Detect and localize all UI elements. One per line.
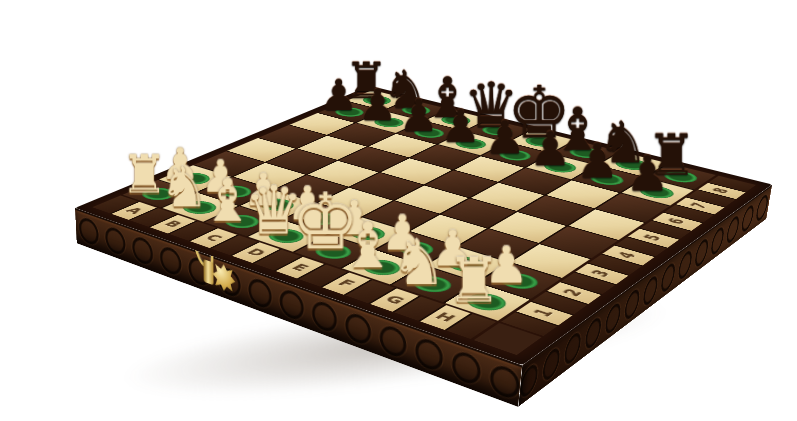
file-label-text: A [123, 207, 145, 216]
file-label-text: H [432, 311, 457, 323]
rank-label-text: 7 [690, 202, 711, 210]
file-label-text: D [244, 248, 268, 258]
board-top: ♜♞♝♛♚♝♞♜♟♟♟♟♟♟♟♟♟♟♟♟♟♟♟♟♜♞♝♛♚♝♞♜ ABCDEFG… [75, 86, 772, 366]
rank-label-text: 4 [617, 251, 640, 260]
file-label-text: E [289, 263, 311, 273]
piece-black-pawn: ♟ [395, 95, 443, 137]
rank-label-text: 3 [590, 269, 614, 279]
clasp-star-icon [213, 260, 236, 295]
clasp-barrel-icon [203, 259, 213, 285]
piece-white-knight: ♞ [389, 233, 449, 292]
piece-white-rook: ♜ [442, 252, 504, 310]
file-label-text: F [335, 278, 357, 288]
piece-black-pawn: ♟ [621, 151, 674, 198]
file-label-text: G [382, 294, 407, 305]
rank-label-text: 1 [532, 308, 557, 319]
file-label-text: B [162, 220, 184, 229]
piece-black-pawn: ♟ [480, 117, 529, 161]
chess-board-box: ♜♞♝♛♚♝♞♜♟♟♟♟♟♟♟♟♟♟♟♟♟♟♟♟♜♞♝♛♚♝♞♜ ABCDEFG… [75, 86, 772, 366]
rank-label-text: 5 [642, 234, 665, 243]
piece-black-pawn: ♟ [525, 128, 575, 173]
rank-label-text: 6 [667, 218, 689, 226]
scene: ♜♞♝♛♚♝♞♜♟♟♟♟♟♟♟♟♟♟♟♟♟♟♟♟♜♞♝♛♚♝♞♜ ABCDEFG… [0, 0, 797, 421]
chess-set-product-photo: ♜♞♝♛♚♝♞♜♟♟♟♟♟♟♟♟♟♟♟♟♟♟♟♟♜♞♝♛♚♝♞♜ ABCDEFG… [0, 0, 797, 421]
piece-black-pawn: ♟ [572, 139, 623, 185]
piece-black-pawn: ♟ [436, 106, 484, 149]
rank-label-text: 2 [562, 288, 586, 298]
